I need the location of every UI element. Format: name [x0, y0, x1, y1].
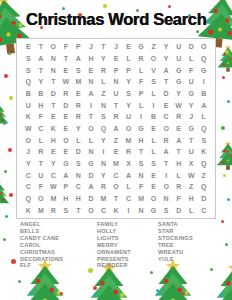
grid-cell[interactable]: S: [60, 204, 73, 216]
grid-cell[interactable]: I: [97, 146, 110, 158]
christmas-tree-icon: [215, 44, 232, 73]
grid-cell[interactable]: Y: [97, 53, 110, 65]
grid-cell[interactable]: Y: [97, 169, 110, 181]
word-list-item: REINDEER: [97, 262, 158, 269]
grid-cell[interactable]: B: [197, 88, 210, 100]
confetti-dot: [60, 292, 63, 295]
grid-cell[interactable]: A: [160, 64, 173, 76]
grid-cell[interactable]: O: [47, 41, 60, 53]
grid-cell[interactable]: H: [85, 53, 98, 65]
confetti-dot: [3, 122, 6, 125]
grid-cell[interactable]: N: [97, 158, 110, 170]
grid-cell[interactable]: J: [22, 146, 35, 158]
grid-cell[interactable]: F: [35, 181, 48, 193]
grid-cell[interactable]: H: [47, 134, 60, 146]
grid-cell[interactable]: Y: [97, 134, 110, 146]
word-list-item: YULE: [158, 256, 228, 263]
grid-cell[interactable]: O: [147, 53, 160, 65]
grid-cell[interactable]: R: [160, 134, 173, 146]
grid-cell[interactable]: O: [160, 181, 173, 193]
grid-cell[interactable]: S: [135, 158, 148, 170]
grid-cell[interactable]: B: [147, 111, 160, 123]
grid-cell[interactable]: L: [135, 64, 148, 76]
grid-cell[interactable]: C: [47, 169, 60, 181]
confetti-dot: [150, 271, 153, 274]
grid-cell[interactable]: R: [35, 146, 48, 158]
grid-cell[interactable]: Z: [197, 169, 210, 181]
word-list-item: LIGHTS: [97, 235, 158, 242]
grid-cell[interactable]: L: [147, 134, 160, 146]
grid-cell[interactable]: T: [72, 204, 85, 216]
grid-cell[interactable]: M: [47, 193, 60, 205]
page-title: Christmas Word Search: [0, 10, 232, 29]
grid-cell[interactable]: U: [172, 41, 185, 53]
grid-cell[interactable]: A: [197, 99, 210, 111]
grid-cell[interactable]: P: [110, 64, 123, 76]
confetti-dot: [223, 174, 226, 177]
grid-cell[interactable]: A: [85, 88, 98, 100]
word-list-item: ORNAMENT: [97, 249, 158, 256]
confetti-dot: [226, 150, 229, 153]
grid-cell[interactable]: L: [197, 111, 210, 123]
grid-cell[interactable]: N: [72, 169, 85, 181]
grid-cell[interactable]: Q: [22, 193, 35, 205]
word-list-item: BELLS: [20, 228, 97, 235]
grid-cell[interactable]: D: [60, 99, 73, 111]
grid-cell[interactable]: A: [172, 134, 185, 146]
word-list-column-3: SANTASTARSTOCKINGSTREEWREATHYULE: [158, 221, 228, 269]
grid-cell[interactable]: A: [72, 53, 85, 65]
grid-cell[interactable]: X: [185, 158, 198, 170]
grid-cell[interactable]: H: [135, 134, 148, 146]
grid-cell[interactable]: F: [185, 64, 198, 76]
grid-cell[interactable]: W: [22, 123, 35, 135]
grid-cell[interactable]: S: [122, 88, 135, 100]
grid-cell[interactable]: A: [110, 123, 123, 135]
grid-cell[interactable]: A: [160, 146, 173, 158]
grid-cell[interactable]: I: [197, 76, 210, 88]
word-list-item: CHRISTMAS: [20, 249, 97, 256]
grid-cell[interactable]: C: [22, 181, 35, 193]
word-list-item: PRESENTS: [97, 256, 158, 263]
grid-cell[interactable]: G: [135, 123, 148, 135]
grid-cell[interactable]: T: [160, 158, 173, 170]
grid-cell[interactable]: D: [172, 204, 185, 216]
grid-cell[interactable]: G: [197, 64, 210, 76]
grid-cell[interactable]: R: [97, 181, 110, 193]
word-list-item: HOLLY: [97, 228, 158, 235]
grid-cell[interactable]: M: [35, 204, 48, 216]
grid-cell[interactable]: U: [185, 146, 198, 158]
grid-cell[interactable]: L: [147, 88, 160, 100]
grid-cell[interactable]: R: [172, 111, 185, 123]
confetti-dot: [227, 198, 230, 201]
grid-cell[interactable]: T: [85, 111, 98, 123]
grid-cell[interactable]: A: [35, 53, 48, 65]
grid-cell[interactable]: T: [185, 134, 198, 146]
grid-cell[interactable]: U: [172, 53, 185, 65]
grid-cell[interactable]: U: [22, 99, 35, 111]
grid-cell[interactable]: P: [60, 181, 73, 193]
grid-cell[interactable]: T: [160, 76, 173, 88]
grid-cell[interactable]: T: [35, 41, 48, 53]
word-list-item: ELF: [20, 262, 97, 269]
grid-cell[interactable]: T: [60, 53, 73, 65]
grid-cell[interactable]: Q: [197, 158, 210, 170]
grid-cell[interactable]: O: [35, 193, 48, 205]
grid-cell[interactable]: E: [172, 123, 185, 135]
word-list-item: FAMILY: [97, 221, 158, 228]
grid-cell[interactable]: R: [60, 88, 73, 100]
grid-cell[interactable]: L: [122, 53, 135, 65]
grid-cell[interactable]: T: [172, 146, 185, 158]
grid-cell[interactable]: U: [35, 169, 48, 181]
grid-cell[interactable]: A: [60, 169, 73, 181]
grid-cell[interactable]: N: [47, 53, 60, 65]
grid-cell[interactable]: C: [22, 169, 35, 181]
grid-cell[interactable]: J: [185, 111, 198, 123]
grid-cell[interactable]: I: [135, 111, 148, 123]
grid-cell[interactable]: T: [97, 41, 110, 53]
grid-cell[interactable]: G: [85, 158, 98, 170]
grid-cell[interactable]: U: [122, 111, 135, 123]
grid-cell[interactable]: M: [122, 134, 135, 146]
word-list-item: STOCKINGS: [158, 235, 228, 242]
grid-cell[interactable]: S: [22, 64, 35, 76]
grid-cell[interactable]: R: [72, 111, 85, 123]
grid-cell[interactable]: Z: [110, 134, 123, 146]
grid-cell[interactable]: E: [60, 146, 73, 158]
grid-cell[interactable]: G: [147, 204, 160, 216]
grid-cell[interactable]: T: [47, 76, 60, 88]
grid-cell[interactable]: P: [72, 41, 85, 53]
grid-cell[interactable]: C: [72, 181, 85, 193]
word-list-item: ANGEL: [20, 221, 97, 228]
confetti-dot: [221, 126, 225, 130]
grid-cell[interactable]: Y: [122, 99, 135, 111]
confetti-dot: [93, 286, 97, 290]
grid-cell[interactable]: E: [22, 41, 35, 53]
letter-grid: ETOFPJTJEGZYUDOSANTAHYELROYULQSTNESERPPL…: [17, 39, 215, 218]
grid-cell[interactable]: E: [147, 181, 160, 193]
grid-cell[interactable]: A: [85, 181, 98, 193]
grid-cell[interactable]: S: [147, 158, 160, 170]
confetti-dot: [156, 289, 159, 292]
grid-cell[interactable]: T: [47, 99, 60, 111]
grid-cell[interactable]: E: [147, 169, 160, 181]
grid-cell[interactable]: E: [122, 41, 135, 53]
grid-cell[interactable]: G: [135, 41, 148, 53]
confetti-dot: [9, 193, 13, 197]
word-list-item: STAR: [158, 228, 228, 235]
grid-cell[interactable]: E: [160, 99, 173, 111]
grid-cell[interactable]: O: [110, 181, 123, 193]
grid-cell[interactable]: U: [185, 76, 198, 88]
grid-cell[interactable]: W: [185, 169, 198, 181]
word-list: ANGELBELLSCANDY CANECAROLCHRISTMASDECORA…: [20, 221, 228, 269]
grid-cell[interactable]: L: [147, 146, 160, 158]
grid-cell[interactable]: Y: [47, 158, 60, 170]
grid-cell[interactable]: L: [185, 53, 198, 65]
grid-cell[interactable]: E: [72, 88, 85, 100]
grid-cell[interactable]: L: [185, 204, 198, 216]
grid-cell[interactable]: O: [160, 123, 173, 135]
grid-cell[interactable]: C: [160, 111, 173, 123]
grid-cell[interactable]: I: [147, 99, 160, 111]
grid-cell[interactable]: K: [22, 111, 35, 123]
grid-cell[interactable]: O: [85, 204, 98, 216]
grid-cell[interactable]: F: [35, 111, 48, 123]
grid-cell[interactable]: Y: [160, 41, 173, 53]
grid-cell[interactable]: B: [22, 88, 35, 100]
grid-cell[interactable]: Z: [185, 181, 198, 193]
grid-cell[interactable]: L: [135, 99, 148, 111]
grid-cell[interactable]: P: [122, 64, 135, 76]
grid-cell[interactable]: T: [110, 99, 123, 111]
grid-cell[interactable]: S: [72, 64, 85, 76]
grid-cell[interactable]: M: [72, 76, 85, 88]
wordsearch-grid-box: ETOFPJTJEGZYUDOSANTAHYELROYULQSTNESERPPL…: [16, 38, 216, 219]
grid-cell[interactable]: Y: [72, 123, 85, 135]
grid-cell[interactable]: V: [147, 64, 160, 76]
grid-cell[interactable]: N: [85, 76, 98, 88]
grid-cell[interactable]: N: [97, 99, 110, 111]
grid-cell[interactable]: H: [185, 193, 198, 205]
grid-cell[interactable]: R: [110, 111, 123, 123]
grid-cell[interactable]: C: [197, 204, 210, 216]
grid-cell[interactable]: Y: [35, 76, 48, 88]
grid-cell[interactable]: R: [97, 64, 110, 76]
grid-cell[interactable]: G: [172, 64, 185, 76]
grid-cell[interactable]: E: [47, 146, 60, 158]
confetti-dot: [168, 5, 171, 8]
grid-cell[interactable]: F: [135, 76, 148, 88]
word-list-column-2: FAMILYHOLLYLIGHTSMERRYORNAMENTPRESENTSRE…: [97, 221, 158, 269]
grid-cell[interactable]: N: [160, 193, 173, 205]
confetti-dot: [18, 280, 21, 283]
grid-cell[interactable]: G: [172, 76, 185, 88]
grid-cell[interactable]: S: [197, 134, 210, 146]
grid-cell[interactable]: O: [22, 134, 35, 146]
christmas-tree-icon: [214, 140, 232, 171]
confetti-dot: [5, 215, 8, 218]
grid-cell[interactable]: D: [85, 193, 98, 205]
grid-cell[interactable]: O: [60, 134, 73, 146]
grid-cell[interactable]: I: [85, 99, 98, 111]
grid-cell[interactable]: J: [110, 41, 123, 53]
grid-cell[interactable]: C: [122, 193, 135, 205]
confetti-dot: [9, 96, 13, 100]
grid-cell[interactable]: S: [147, 76, 160, 88]
grid-cell[interactable]: B: [35, 88, 48, 100]
word-list-item: CANDY CANE: [20, 235, 97, 242]
grid-cell[interactable]: R: [47, 204, 60, 216]
grid-cell[interactable]: O: [197, 41, 210, 53]
confetti-dot: [103, 4, 107, 8]
grid-cell[interactable]: G: [60, 158, 73, 170]
word-list-item: DECORATIONS: [20, 256, 97, 263]
grid-cell[interactable]: Z: [147, 41, 160, 53]
grid-cell[interactable]: D: [47, 88, 60, 100]
grid-cell[interactable]: H: [35, 99, 48, 111]
grid-cell[interactable]: Y: [185, 99, 198, 111]
grid-cell[interactable]: E: [85, 64, 98, 76]
word-list-item: MERRY: [97, 242, 158, 249]
grid-cell[interactable]: Q: [197, 53, 210, 65]
word-list-item: SANTA: [158, 221, 228, 228]
grid-cell[interactable]: Q: [97, 123, 110, 135]
grid-cell[interactable]: X: [122, 158, 135, 170]
grid-cell[interactable]: E: [60, 123, 73, 135]
grid-cell[interactable]: E: [47, 111, 60, 123]
confetti-dot: [225, 50, 229, 54]
grid-cell[interactable]: I: [160, 169, 173, 181]
confetti-dot: [182, 292, 185, 295]
grid-cell[interactable]: S: [160, 204, 173, 216]
confetti-dot: [8, 148, 12, 152]
grid-cell[interactable]: E: [147, 123, 160, 135]
word-search-worksheet: Christmas Word Search ETOFPJTJEGZYUDOSAN…: [0, 0, 232, 300]
grid-cell[interactable]: L: [85, 134, 98, 146]
grid-cell[interactable]: Z: [97, 88, 110, 100]
grid-cell[interactable]: M: [135, 193, 148, 205]
grid-cell[interactable]: R: [122, 146, 135, 158]
grid-cell[interactable]: N: [135, 204, 148, 216]
grid-cell[interactable]: Y: [122, 76, 135, 88]
confetti-dot: [8, 52, 11, 55]
grid-cell[interactable]: M: [97, 193, 110, 205]
grid-cell[interactable]: S: [22, 53, 35, 65]
grid-cell[interactable]: D: [72, 146, 85, 158]
grid-cell[interactable]: F: [172, 193, 185, 205]
grid-cell[interactable]: O: [147, 193, 160, 205]
grid-cell[interactable]: C: [35, 123, 48, 135]
grid-cell[interactable]: Y: [172, 88, 185, 100]
grid-cell[interactable]: R: [72, 99, 85, 111]
confetti-dot: [11, 259, 16, 264]
grid-cell[interactable]: N: [47, 64, 60, 76]
confetti-dot: [4, 170, 7, 173]
grid-cell[interactable]: D: [160, 88, 173, 100]
grid-cell[interactable]: N: [135, 169, 148, 181]
word-list-item: CAROL: [20, 242, 97, 249]
grid-cell[interactable]: E: [110, 146, 123, 158]
grid-cell[interactable]: W: [47, 181, 60, 193]
grid-cell[interactable]: L: [97, 76, 110, 88]
grid-cell[interactable]: F: [60, 41, 73, 53]
grid-cell[interactable]: K: [22, 204, 35, 216]
grid-cell[interactable]: E: [60, 64, 73, 76]
grid-cell[interactable]: S: [97, 111, 110, 123]
grid-cell[interactable]: P: [135, 88, 148, 100]
grid-cell[interactable]: G: [185, 88, 198, 100]
grid-cell[interactable]: E: [60, 111, 73, 123]
grid-cell[interactable]: C: [97, 204, 110, 216]
grid-cell[interactable]: U: [110, 88, 123, 100]
grid-cell[interactable]: H: [172, 158, 185, 170]
grid-cell[interactable]: Y: [160, 53, 173, 65]
grid-cell[interactable]: K: [47, 123, 60, 135]
grid-cell[interactable]: G: [185, 123, 198, 135]
grid-cell[interactable]: H: [60, 193, 73, 205]
confetti-dot: [227, 100, 230, 103]
confetti-dot: [4, 74, 8, 78]
grid-cell[interactable]: Y: [22, 158, 35, 170]
grid-cell[interactable]: N: [110, 76, 123, 88]
word-list-item: TREE: [158, 242, 228, 249]
confetti-dot: [3, 238, 6, 241]
grid-cell[interactable]: Q: [197, 181, 210, 193]
grid-cell[interactable]: T: [35, 158, 48, 170]
confetti-dot: [222, 76, 225, 79]
grid-cell[interactable]: W: [172, 99, 185, 111]
grid-cell[interactable]: A: [122, 169, 135, 181]
grid-cell[interactable]: W: [60, 76, 73, 88]
grid-cell[interactable]: L: [172, 169, 185, 181]
grid-cell[interactable]: S: [72, 158, 85, 170]
grid-cell[interactable]: O: [85, 123, 98, 135]
grid-cell[interactable]: T: [135, 146, 148, 158]
grid-cell[interactable]: F: [135, 181, 148, 193]
grid-cell[interactable]: N: [85, 146, 98, 158]
grid-cell[interactable]: Q: [22, 76, 35, 88]
grid-cell[interactable]: K: [197, 146, 210, 158]
grid-cell[interactable]: L: [122, 181, 135, 193]
grid-cell[interactable]: D: [197, 193, 210, 205]
word-list-column-1: ANGELBELLSCANDY CANECAROLCHRISTMASDECORA…: [20, 221, 97, 269]
grid-cell[interactable]: R: [172, 181, 185, 193]
grid-cell[interactable]: M: [110, 158, 123, 170]
grid-cell[interactable]: H: [72, 193, 85, 205]
grid-cell[interactable]: I: [122, 204, 135, 216]
grid-cell[interactable]: T: [110, 193, 123, 205]
grid-cell[interactable]: T: [35, 64, 48, 76]
grid-cell[interactable]: O: [122, 123, 135, 135]
word-list-item: WREATH: [158, 249, 228, 256]
grid-cell[interactable]: J: [85, 41, 98, 53]
grid-cell[interactable]: D: [185, 41, 198, 53]
grid-cell[interactable]: E: [110, 53, 123, 65]
grid-cell[interactable]: Q: [197, 123, 210, 135]
confetti-dot: [196, 30, 199, 33]
grid-cell[interactable]: R: [135, 53, 148, 65]
grid-cell[interactable]: K: [110, 204, 123, 216]
grid-cell[interactable]: D: [85, 169, 98, 181]
grid-cell[interactable]: L: [35, 134, 48, 146]
grid-cell[interactable]: L: [72, 134, 85, 146]
confetti-dot: [120, 293, 124, 297]
grid-cell[interactable]: C: [110, 169, 123, 181]
